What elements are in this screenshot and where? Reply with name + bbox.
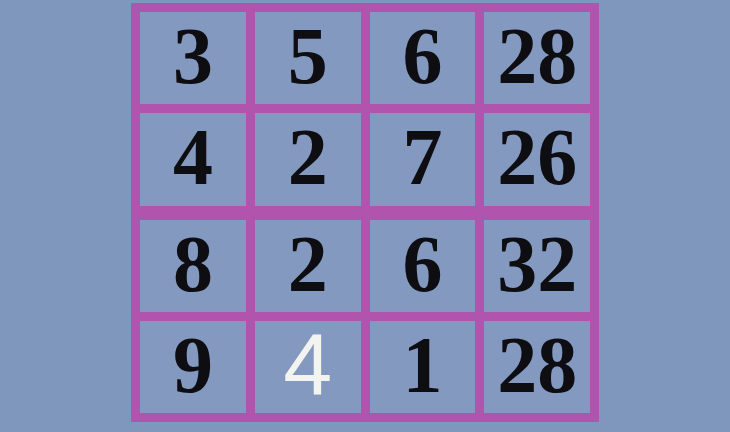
cell-r1c3: 6 — [370, 12, 476, 104]
cell-r3c4: 32 — [484, 220, 590, 312]
cell-value: 28 — [497, 325, 577, 405]
cell-value: 3 — [173, 16, 213, 96]
cell-r3c3: 6 — [370, 220, 476, 312]
cell-value: 28 — [497, 16, 577, 96]
cell-value: 1 — [402, 325, 442, 405]
cell-r2c3: 7 — [370, 113, 476, 205]
cell-r2c2: 2 — [255, 113, 361, 205]
cell-value: 2 — [288, 224, 328, 304]
cell-value: 5 — [288, 16, 328, 96]
cell-r4c1: 9 — [140, 321, 246, 413]
cell-value: 32 — [497, 224, 577, 304]
cell-r2c4: 26 — [484, 113, 590, 205]
cell-value: 2 — [288, 117, 328, 197]
cell-r1c2: 5 — [255, 12, 361, 104]
puzzle-image: 3 5 6 28 4 2 7 26 8 2 6 32 9 4 1 28 — [0, 0, 730, 432]
cell-r3c2: 2 — [255, 220, 361, 312]
cell-value: 4 — [173, 117, 213, 197]
answer-value: 4 — [283, 321, 332, 409]
cell-r4c2-answer: 4 — [255, 321, 361, 413]
cell-value: 8 — [173, 224, 213, 304]
cell-r3c1: 8 — [140, 220, 246, 312]
cell-value: 9 — [173, 325, 213, 405]
cell-value: 7 — [402, 117, 442, 197]
cell-r4c4: 28 — [484, 321, 590, 413]
cell-r1c4: 28 — [484, 12, 590, 104]
cell-value: 26 — [497, 117, 577, 197]
cell-value: 6 — [402, 16, 442, 96]
cell-r2c1: 4 — [140, 113, 246, 205]
puzzle-board: 3 5 6 28 4 2 7 26 8 2 6 32 9 4 1 28 — [131, 3, 599, 422]
cell-r4c3: 1 — [370, 321, 476, 413]
cell-value: 6 — [402, 224, 442, 304]
cell-r1c1: 3 — [140, 12, 246, 104]
